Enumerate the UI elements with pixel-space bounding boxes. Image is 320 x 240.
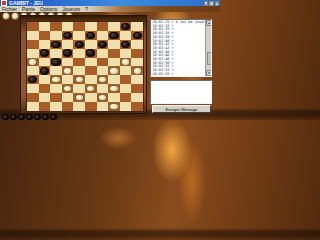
square-r6c3[interactable] [62, 75, 74, 84]
square-r5c7[interactable] [108, 66, 120, 75]
square-r8c8[interactable] [120, 93, 132, 102]
captured-white-piece [11, 12, 19, 20]
square-r4c1[interactable] [39, 58, 51, 67]
log-scrollbar[interactable]: ▲ ▼ [205, 20, 211, 76]
square-r8c3[interactable] [62, 93, 74, 102]
square-r2c8[interactable] [120, 40, 132, 49]
game-log-list[interactable]: 10:02:31 > A toi de jouer !10:02:33 >10:… [150, 19, 212, 77]
square-r9c9[interactable] [131, 102, 143, 111]
log-line: 10:02:55 > [153, 73, 205, 77]
square-r9c8[interactable] [120, 102, 132, 111]
square-r7c7[interactable] [108, 84, 120, 93]
black-piece[interactable] [86, 49, 95, 56]
square-r0c2[interactable] [50, 22, 62, 31]
log-lines: 10:02:31 > A toi de jouer !10:02:33 >10:… [153, 21, 205, 77]
square-r7c0[interactable] [27, 84, 39, 93]
square-r1c5[interactable] [85, 31, 97, 40]
square-r2c9[interactable] [131, 40, 143, 49]
square-r9c5[interactable] [85, 102, 97, 111]
square-r5c4[interactable] [73, 66, 85, 75]
square-r4c2[interactable] [50, 58, 62, 67]
square-r6c9[interactable] [131, 75, 143, 84]
square-r7c1[interactable] [39, 84, 51, 93]
square-r8c4[interactable] [73, 93, 85, 102]
window-controls: _ □ × [204, 1, 220, 6]
square-r6c7[interactable] [108, 75, 120, 84]
square-r9c4[interactable] [73, 102, 85, 111]
square-r2c0[interactable] [27, 40, 39, 49]
minimize-button[interactable]: _ [204, 1, 209, 6]
square-r7c4[interactable] [73, 84, 85, 93]
captured-black-piece [18, 114, 25, 120]
captured-black-piece [2, 114, 9, 120]
square-r4c7[interactable] [108, 58, 120, 67]
square-r4c5[interactable] [85, 58, 97, 67]
white-piece[interactable] [75, 76, 84, 83]
square-r5c8[interactable] [120, 66, 132, 75]
captured-black-tray [2, 114, 58, 120]
square-r1c3[interactable] [62, 31, 74, 40]
square-r6c6[interactable] [97, 75, 109, 84]
square-r6c8[interactable] [120, 75, 132, 84]
white-piece[interactable] [109, 67, 118, 74]
square-r4c6[interactable] [97, 58, 109, 67]
square-r8c2[interactable] [50, 93, 62, 102]
square-r7c2[interactable] [50, 84, 62, 93]
black-piece[interactable] [28, 76, 37, 83]
square-r0c4[interactable] [73, 22, 85, 31]
square-r5c9[interactable] [131, 66, 143, 75]
square-r4c8[interactable] [120, 58, 132, 67]
square-r8c7[interactable] [108, 93, 120, 102]
white-piece[interactable] [98, 76, 107, 83]
captured-black-piece [50, 114, 57, 120]
square-r3c7[interactable] [108, 49, 120, 58]
maximize-button[interactable]: □ [209, 1, 214, 6]
scrollbar-thumb[interactable] [207, 52, 212, 64]
white-piece[interactable] [75, 94, 84, 101]
scroll-up-arrow-icon[interactable]: ▲ [206, 20, 212, 26]
square-r8c9[interactable] [131, 93, 143, 102]
white-piece[interactable] [51, 76, 60, 83]
black-piece[interactable] [40, 67, 49, 74]
close-button[interactable]: × [215, 1, 220, 6]
square-r0c0[interactable] [27, 22, 39, 31]
white-piece[interactable] [63, 85, 72, 92]
white-piece[interactable] [109, 103, 118, 110]
white-piece[interactable] [63, 67, 72, 74]
send-message-button[interactable]: Envoyer Message [152, 105, 211, 113]
square-r4c9[interactable] [131, 58, 143, 67]
square-r0c8[interactable] [120, 22, 132, 31]
square-r3c2[interactable] [50, 49, 62, 58]
square-r3c5[interactable] [85, 49, 97, 58]
square-r1c6[interactable] [97, 31, 109, 40]
captured-black-piece [34, 114, 41, 120]
square-r7c8[interactable] [120, 84, 132, 93]
scroll-down-arrow-icon[interactable]: ▼ [206, 70, 212, 76]
square-r3c9[interactable] [131, 49, 143, 58]
square-r6c2[interactable] [50, 75, 62, 84]
square-r7c5[interactable] [85, 84, 97, 93]
square-r0c1[interactable] [39, 22, 51, 31]
square-r2c6[interactable] [97, 40, 109, 49]
square-r3c4[interactable] [73, 49, 85, 58]
white-piece[interactable] [109, 85, 118, 92]
square-r6c4[interactable] [73, 75, 85, 84]
square-r0c3[interactable] [62, 22, 74, 31]
black-piece[interactable] [51, 41, 60, 48]
black-piece[interactable] [51, 58, 60, 65]
square-r0c9[interactable] [131, 22, 143, 31]
square-r3c8[interactable] [120, 49, 132, 58]
captured-black-piece [26, 114, 33, 120]
square-r7c3[interactable] [62, 84, 74, 93]
square-r7c9[interactable] [131, 84, 143, 93]
square-r9c1[interactable] [39, 102, 51, 111]
square-r5c2[interactable] [50, 66, 62, 75]
square-r8c1[interactable] [39, 93, 51, 102]
square-r9c2[interactable] [50, 102, 62, 111]
black-piece[interactable] [75, 41, 84, 48]
square-r3c3[interactable] [62, 49, 74, 58]
square-r9c6[interactable] [97, 102, 109, 111]
square-r1c7[interactable] [108, 31, 120, 40]
board-grid [26, 21, 144, 112]
square-r3c1[interactable] [39, 49, 51, 58]
square-r5c5[interactable] [85, 66, 97, 75]
square-r4c3[interactable] [62, 58, 74, 67]
captured-white-piece [2, 12, 10, 20]
square-r1c9[interactable] [131, 31, 143, 40]
black-piece[interactable] [86, 32, 95, 39]
square-r8c0[interactable] [27, 93, 39, 102]
square-r5c0[interactable] [27, 66, 39, 75]
white-piece[interactable] [121, 58, 130, 65]
square-r9c3[interactable] [62, 102, 74, 111]
menu-item-[interactable]: ? [85, 6, 88, 12]
square-r1c4[interactable] [73, 31, 85, 40]
square-r0c5[interactable] [85, 22, 97, 31]
black-piece[interactable] [133, 32, 142, 39]
black-piece[interactable] [121, 41, 130, 48]
white-piece[interactable] [98, 94, 107, 101]
square-r3c6[interactable] [97, 49, 109, 58]
white-piece[interactable] [133, 67, 142, 74]
square-r2c3[interactable] [62, 40, 74, 49]
black-piece[interactable] [40, 49, 49, 56]
square-r4c0[interactable] [27, 58, 39, 67]
black-piece[interactable] [121, 23, 130, 30]
square-r4c4[interactable] [73, 58, 85, 67]
square-r2c2[interactable] [50, 40, 62, 49]
square-r2c4[interactable] [73, 40, 85, 49]
square-r9c0[interactable] [27, 102, 39, 111]
square-r2c1[interactable] [39, 40, 51, 49]
square-r1c2[interactable] [50, 31, 62, 40]
black-piece[interactable] [63, 49, 72, 56]
white-piece[interactable] [86, 85, 95, 92]
message-input[interactable] [150, 80, 212, 104]
square-r5c1[interactable] [39, 66, 51, 75]
white-piece[interactable] [28, 58, 37, 65]
square-r5c3[interactable] [62, 66, 74, 75]
square-r0c6[interactable] [97, 22, 109, 31]
square-r0c7[interactable] [108, 22, 120, 31]
square-r7c6[interactable] [97, 84, 109, 93]
square-r6c5[interactable] [85, 75, 97, 84]
square-r3c0[interactable] [27, 49, 39, 58]
square-r1c1[interactable] [39, 31, 51, 40]
captured-black-piece [42, 114, 49, 120]
square-r1c8[interactable] [120, 31, 132, 40]
square-r2c7[interactable] [108, 40, 120, 49]
captured-black-piece [10, 114, 17, 120]
black-piece[interactable] [98, 41, 107, 48]
black-piece[interactable] [63, 32, 72, 39]
square-r2c5[interactable] [85, 40, 97, 49]
square-r8c6[interactable] [97, 93, 109, 102]
square-r6c0[interactable] [27, 75, 39, 84]
black-piece[interactable] [109, 32, 118, 39]
square-r8c5[interactable] [85, 93, 97, 102]
square-r5c6[interactable] [97, 66, 109, 75]
square-r6c1[interactable] [39, 75, 51, 84]
square-r9c7[interactable] [108, 102, 120, 111]
square-r1c0[interactable] [27, 31, 39, 40]
